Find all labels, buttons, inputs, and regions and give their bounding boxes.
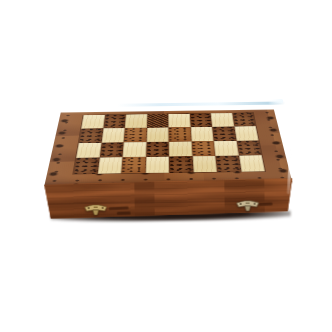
wood-smudge-mark bbox=[117, 211, 131, 214]
board-border bbox=[44, 109, 292, 185]
board-square-r4c8 bbox=[239, 155, 266, 171]
board-square-r2c3 bbox=[124, 128, 147, 143]
board-square-r3c5 bbox=[169, 141, 192, 156]
board-square-r2c2 bbox=[101, 128, 125, 143]
board-square-r1c4 bbox=[147, 114, 169, 128]
board-square-r2c8 bbox=[234, 126, 259, 140]
board-square-r1c1 bbox=[81, 115, 105, 129]
latch-left bbox=[83, 203, 109, 216]
board-square-r3c1 bbox=[76, 142, 101, 157]
board-square-r1c5 bbox=[168, 114, 190, 128]
back-edge-highlight bbox=[117, 101, 285, 107]
board-square-r4c5 bbox=[169, 156, 193, 172]
board-square-r2c5 bbox=[168, 127, 191, 142]
board-square-r3c8 bbox=[236, 140, 262, 155]
board-square-r4c1 bbox=[73, 158, 99, 174]
board-square-r2c4 bbox=[146, 127, 168, 142]
board-square-r3c3 bbox=[122, 142, 146, 157]
board-square-r3c6 bbox=[191, 141, 215, 156]
chess-box-lid bbox=[44, 109, 292, 185]
board-square-r4c4 bbox=[145, 157, 169, 173]
board-square-r1c8 bbox=[232, 113, 256, 127]
board-square-r3c7 bbox=[214, 141, 239, 156]
board-square-r1c3 bbox=[125, 114, 147, 128]
board-square-r1c7 bbox=[211, 113, 234, 127]
board-square-r1c6 bbox=[189, 113, 212, 127]
board-square-r3c4 bbox=[146, 142, 169, 157]
brass-latch-icon bbox=[235, 199, 261, 212]
board-square-r2c6 bbox=[190, 127, 213, 142]
board-square-r4c2 bbox=[97, 157, 122, 173]
latch-right bbox=[235, 199, 261, 212]
right-edge-highlight bbox=[287, 148, 292, 194]
board-square-r4c3 bbox=[121, 157, 145, 173]
board-square-r4c7 bbox=[215, 156, 241, 172]
chess-board-grid bbox=[72, 112, 266, 174]
chess-box-photo bbox=[0, 0, 332, 332]
chess-box bbox=[0, 0, 332, 332]
board-square-r1c2 bbox=[103, 115, 126, 129]
board-square-r2c7 bbox=[212, 126, 236, 140]
board-square-r4c6 bbox=[192, 156, 217, 172]
board-square-r3c2 bbox=[99, 142, 123, 157]
brass-latch-icon bbox=[83, 203, 109, 216]
board-square-r2c1 bbox=[79, 128, 103, 143]
